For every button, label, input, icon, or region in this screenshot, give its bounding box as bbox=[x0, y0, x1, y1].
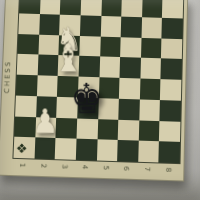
chess-board: CHESS ♞♝♚♟ 12345678 ❖ bbox=[0, 0, 188, 182]
rank-number-label: 6 bbox=[122, 166, 130, 171]
board-square bbox=[162, 0, 183, 18]
board-square bbox=[161, 59, 182, 80]
board-square bbox=[19, 0, 40, 14]
rank-number-label: 4 bbox=[81, 165, 89, 170]
board-square bbox=[96, 140, 117, 162]
board-square bbox=[160, 79, 181, 100]
board-square bbox=[139, 99, 160, 120]
board-square bbox=[141, 37, 162, 58]
board-square bbox=[18, 34, 39, 55]
board-square: ♝ bbox=[58, 55, 79, 76]
rank-number-label: 2 bbox=[39, 164, 47, 169]
board-square bbox=[101, 0, 122, 16]
board-square bbox=[159, 121, 180, 143]
board-square bbox=[139, 120, 160, 142]
board-square bbox=[140, 58, 161, 79]
board-square bbox=[121, 0, 142, 17]
rank-number-label: 3 bbox=[60, 164, 68, 169]
rank-number-label: 1 bbox=[19, 163, 27, 168]
rank-number-label: 5 bbox=[102, 165, 110, 170]
board-square bbox=[97, 119, 118, 141]
board-square bbox=[40, 0, 61, 14]
board-square bbox=[60, 0, 81, 15]
board-square bbox=[80, 15, 101, 36]
board-square bbox=[142, 0, 163, 18]
board-square bbox=[120, 37, 141, 58]
board-square bbox=[18, 13, 39, 34]
board-square bbox=[100, 36, 121, 57]
photo-frame: CHESS ♞♝♚♟ 12345678 ❖ bbox=[0, 0, 200, 200]
rank-number-label: 7 bbox=[143, 167, 151, 172]
board-square bbox=[16, 75, 37, 96]
board-square: ♟ bbox=[35, 117, 56, 139]
rank-number-label: 8 bbox=[164, 167, 172, 172]
board-square bbox=[121, 16, 142, 37]
board-square bbox=[140, 79, 161, 100]
board-logo-emblem: ❖ bbox=[16, 142, 28, 155]
board-square bbox=[159, 141, 180, 163]
board-square bbox=[120, 57, 141, 78]
board-square bbox=[118, 119, 139, 141]
board-square bbox=[55, 138, 76, 160]
board-square bbox=[80, 0, 101, 16]
board-square bbox=[160, 100, 181, 121]
board-square bbox=[161, 38, 182, 59]
board-square: ♚ bbox=[77, 97, 98, 118]
board-square bbox=[76, 139, 97, 161]
board-square bbox=[118, 99, 139, 120]
chess-board-squares: ♞♝♚♟ bbox=[12, 0, 184, 164]
board-square bbox=[119, 78, 140, 99]
white-bishop-piece: ♝ bbox=[52, 38, 83, 77]
board-square bbox=[17, 54, 38, 75]
board-square bbox=[162, 18, 183, 39]
board-square bbox=[141, 17, 162, 38]
board-square bbox=[99, 57, 120, 78]
white-pawn-piece: ♟ bbox=[32, 105, 59, 139]
board-square bbox=[138, 141, 159, 163]
board-square bbox=[117, 140, 138, 162]
black-king-piece: ♚ bbox=[70, 78, 103, 120]
board-square bbox=[100, 16, 121, 37]
